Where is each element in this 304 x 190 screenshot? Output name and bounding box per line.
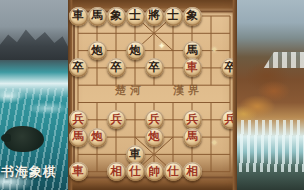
piece-black-chariot[interactable]: 車 [126, 145, 145, 164]
piece-black-advisor[interactable]: 士 [126, 7, 145, 26]
background-photo-left: 书海象棋 [0, 0, 68, 190]
app-window: 书海象棋 楚河 漢界 車馬象士將士象炮炮馬卒卒卒車卒兵兵兵兵兵馬炮炮馬車車相仕帥… [0, 0, 304, 190]
piece-black-horse[interactable]: 馬 [183, 41, 202, 60]
watermark-logo: 书海象棋 [1, 163, 57, 181]
piece-red-elephant[interactable]: 相 [183, 162, 202, 181]
piece-red-chariot[interactable]: 車 [69, 162, 88, 181]
piece-red-cannon[interactable]: 炮 [88, 128, 107, 147]
piece-red-advisor[interactable]: 仕 [164, 162, 183, 181]
piece-black-cannon[interactable]: 炮 [88, 41, 107, 60]
piece-black-chariot[interactable]: 車 [69, 7, 88, 26]
dark-rock-silhouette [4, 126, 44, 152]
mountain-scenery [0, 26, 68, 60]
piece-black-soldier[interactable]: 卒 [145, 58, 164, 77]
piece-red-advisor[interactable]: 仕 [126, 162, 145, 181]
piece-red-soldier[interactable]: 兵 [69, 110, 88, 129]
piece-black-horse[interactable]: 馬 [88, 7, 107, 26]
river-label-han: 漢界 [173, 83, 203, 98]
piece-black-advisor[interactable]: 士 [164, 7, 183, 26]
piece-red-horse[interactable]: 馬 [69, 128, 88, 147]
xiangqi-board[interactable]: 楚河 漢界 車馬象士將士象炮炮馬卒卒卒車卒兵兵兵兵兵馬炮炮馬車車相仕帥仕相✦◆◆ [68, 0, 237, 190]
piece-red-general[interactable]: 帥 [145, 162, 164, 181]
piece-red-elephant[interactable]: 相 [107, 162, 126, 181]
piece-red-cannon[interactable]: 炮 [145, 128, 164, 147]
piece-red-chariot[interactable]: 車 [183, 58, 202, 77]
piece-red-horse[interactable]: 馬 [183, 128, 202, 147]
piece-black-soldier[interactable]: 卒 [107, 58, 126, 77]
piece-red-soldier[interactable]: 兵 [107, 110, 126, 129]
piece-red-soldier[interactable]: 兵 [183, 110, 202, 129]
piece-red-soldier[interactable]: 兵 [145, 110, 164, 129]
river-label-chu: 楚河 [115, 83, 145, 98]
piece-black-elephant[interactable]: 象 [107, 7, 126, 26]
piece-black-soldier[interactable]: 卒 [69, 58, 88, 77]
piece-black-general[interactable]: 將 [145, 7, 164, 26]
piece-black-elephant[interactable]: 象 [183, 7, 202, 26]
piece-black-cannon[interactable]: 炮 [126, 41, 145, 60]
waterfall-cascade [237, 120, 304, 172]
